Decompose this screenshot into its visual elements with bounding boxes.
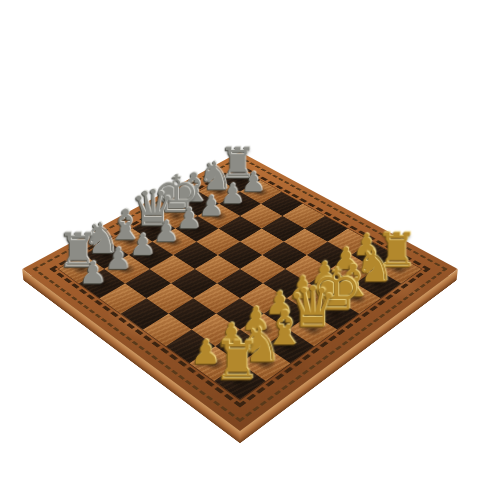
chess-board: ♜♟♟♜♞♟♟♞♝♟♟♝♚♟♟♚♛♟♟♛♝♟♟♝♞♟♟♞♜♟♟♜ [22, 152, 458, 431]
piece-gold-rook-a1[interactable]: ♜ [213, 334, 249, 388]
piece-silver-pawn-a7[interactable]: ♟ [77, 258, 110, 289]
photo-scene: ♜♟♟♜♞♟♟♞♝♟♟♝♚♟♟♚♛♟♟♛♝♟♟♝♞♟♟♞♜♟♟♜ [0, 0, 480, 480]
leather-map-frame: ♜♟♟♜♞♟♟♞♝♟♟♝♚♟♟♚♛♟♟♛♝♟♟♝♞♟♟♞♜♟♟♜ [22, 152, 458, 431]
squares-grid: ♜♟♟♜♞♟♟♞♝♟♟♝♚♟♟♚♛♟♟♛♝♟♟♝♞♟♟♞♜♟♟♜ [59, 169, 421, 399]
